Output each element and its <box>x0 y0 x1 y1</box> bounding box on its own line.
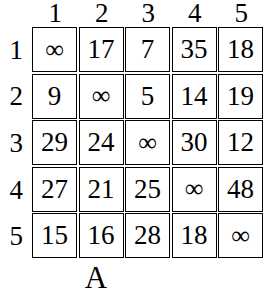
cell-r3-c4: 30 <box>172 120 217 165</box>
row-header-5: 5 <box>0 213 28 260</box>
cell-r4-c2: 21 <box>79 167 124 212</box>
cell-r5-c1: 15 <box>32 213 77 258</box>
col-header-4: 4 <box>172 0 219 27</box>
cell-r2-c4: 14 <box>172 74 217 119</box>
col-header-2: 2 <box>79 0 126 27</box>
cell-r4-c5: 48 <box>218 167 263 212</box>
cell-r5-c4: 18 <box>172 213 217 258</box>
cell-r1-c5: 18 <box>218 27 263 72</box>
cell-r4-c1: 27 <box>32 167 77 212</box>
cell-r4-c3: 25 <box>125 167 170 212</box>
col-header-3: 3 <box>125 0 172 27</box>
row-header-4: 4 <box>0 167 28 214</box>
cell-r2-c2: ∞ <box>79 74 124 119</box>
cost-matrix-figure: 1 2 3 4 5 1 2 3 4 5 ∞ 17 7 35 18 9 ∞ 5 1… <box>0 0 270 300</box>
col-header-5: 5 <box>218 0 265 27</box>
cell-r3-c5: 12 <box>218 120 263 165</box>
cell-r2-c5: 19 <box>218 74 263 119</box>
cell-r4-c4: ∞ <box>172 167 217 212</box>
row-header-1: 1 <box>0 27 28 74</box>
cell-r3-c2: 24 <box>79 120 124 165</box>
cell-r1-c1: ∞ <box>32 27 77 72</box>
matrix-grid: ∞ 17 7 35 18 9 ∞ 5 14 19 29 24 ∞ 30 12 2… <box>32 27 263 258</box>
cell-r1-c2: 17 <box>79 27 124 72</box>
row-header-2: 2 <box>0 74 28 121</box>
row-header-3: 3 <box>0 120 28 167</box>
cell-r2-c1: 9 <box>32 74 77 119</box>
cell-r1-c4: 35 <box>172 27 217 72</box>
cell-r1-c3: 7 <box>125 27 170 72</box>
cell-r5-c2: 16 <box>79 213 124 258</box>
cell-r3-c1: 29 <box>32 120 77 165</box>
cell-r2-c3: 5 <box>125 74 170 119</box>
row-headers: 1 2 3 4 5 <box>0 27 28 260</box>
column-headers: 1 2 3 4 5 <box>32 0 265 26</box>
col-header-1: 1 <box>32 0 79 27</box>
cell-r5-c3: 28 <box>125 213 170 258</box>
cell-r3-c3: ∞ <box>125 120 170 165</box>
matrix-label: A <box>83 261 109 295</box>
cell-r5-c5: ∞ <box>218 213 263 258</box>
